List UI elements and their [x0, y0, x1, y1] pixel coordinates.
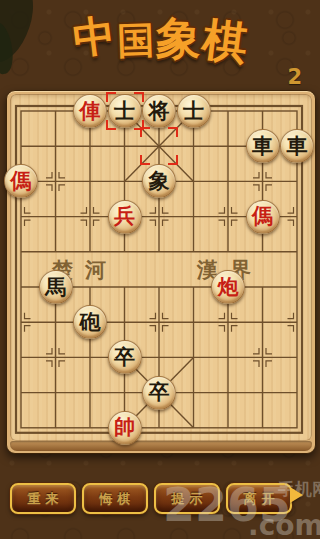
- piece-red-general[interactable]: 帥: [108, 411, 142, 445]
- board-bottom-ledge: [10, 441, 312, 451]
- leave-button[interactable]: 离开: [226, 483, 292, 514]
- piece-black-chariot[interactable]: 車: [280, 129, 314, 163]
- play-icon: [290, 487, 303, 503]
- title-char: 棋: [199, 16, 249, 66]
- piece-red-soldier[interactable]: 兵: [108, 200, 142, 234]
- hint-button[interactable]: 提示: [154, 483, 220, 514]
- xiangqi-board[interactable]: 楚河 漢界 俥士将士車車傌象兵傌馬炮砲卒卒帥: [6, 90, 316, 454]
- undo-button[interactable]: 悔棋: [82, 483, 148, 514]
- piece-red-cannon[interactable]: 炮: [211, 270, 245, 304]
- piece-black-general[interactable]: 将: [142, 94, 176, 128]
- toolbar: 重来 悔棋 提示 离开: [10, 483, 292, 514]
- piece-black-horse[interactable]: 馬: [39, 270, 73, 304]
- piece-black-soldier[interactable]: 卒: [108, 340, 142, 374]
- piece-red-chariot[interactable]: 俥: [73, 94, 107, 128]
- piece-black-advisor[interactable]: 士: [177, 94, 211, 128]
- piece-black-soldier[interactable]: 卒: [142, 376, 176, 410]
- piece-black-advisor[interactable]: 士: [108, 94, 142, 128]
- watermark-suffix: .com: [248, 512, 320, 539]
- move-counter: 2: [287, 65, 302, 89]
- piece-black-cannon[interactable]: 砲: [73, 305, 107, 339]
- app: { "game": "xiangqi", "title_chars": ["中"…: [0, 0, 320, 539]
- piece-red-horse[interactable]: 傌: [246, 200, 280, 234]
- title-char: 象: [155, 15, 202, 62]
- title-char: 国: [116, 21, 154, 59]
- restart-button[interactable]: 重来: [10, 483, 76, 514]
- game-title: 中 国 象 棋: [0, 14, 320, 59]
- title-char: 中: [70, 14, 117, 61]
- piece-black-chariot[interactable]: 車: [246, 129, 280, 163]
